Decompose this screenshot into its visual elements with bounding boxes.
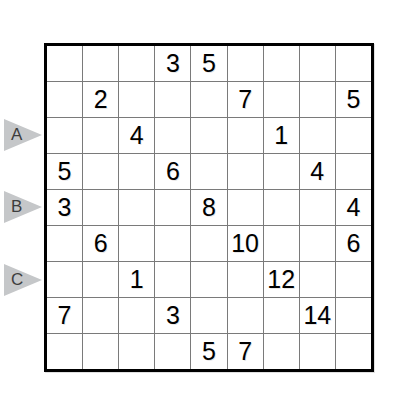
cell-r6c6: 10 bbox=[228, 226, 263, 261]
cell-r3c2[interactable] bbox=[83, 118, 118, 153]
cell-r9c1[interactable] bbox=[47, 334, 82, 369]
cell-r4c6[interactable] bbox=[228, 154, 263, 189]
cell-r5c1: 3 bbox=[47, 190, 82, 225]
cell-r9c9[interactable] bbox=[336, 334, 371, 369]
answer-row-label-a: A bbox=[11, 119, 22, 151]
cell-r1c8[interactable] bbox=[300, 46, 335, 81]
cell-r6c3[interactable] bbox=[119, 226, 154, 261]
cell-r5c3[interactable] bbox=[119, 190, 154, 225]
cell-r8c5[interactable] bbox=[191, 298, 226, 333]
cell-r4c7[interactable] bbox=[264, 154, 299, 189]
arrow-right-icon bbox=[4, 191, 42, 223]
cell-r3c6[interactable] bbox=[228, 118, 263, 153]
cell-r4c3[interactable] bbox=[119, 154, 154, 189]
cell-r5c8[interactable] bbox=[300, 190, 335, 225]
cell-r8c1: 7 bbox=[47, 298, 82, 333]
cell-r7c1[interactable] bbox=[47, 262, 82, 297]
cell-r2c8[interactable] bbox=[300, 82, 335, 117]
cell-r7c2[interactable] bbox=[83, 262, 118, 297]
cell-r8c4: 3 bbox=[155, 298, 190, 333]
cell-r5c7[interactable] bbox=[264, 190, 299, 225]
cell-r7c7: 12 bbox=[264, 262, 299, 297]
cell-r1c7[interactable] bbox=[264, 46, 299, 81]
cell-r6c7[interactable] bbox=[264, 226, 299, 261]
cell-r5c9: 4 bbox=[336, 190, 371, 225]
cell-r8c3[interactable] bbox=[119, 298, 154, 333]
cell-r9c5: 5 bbox=[191, 334, 226, 369]
cell-r2c3[interactable] bbox=[119, 82, 154, 117]
answer-row-label-c: C bbox=[11, 264, 23, 296]
cell-r8c6[interactable] bbox=[228, 298, 263, 333]
cell-r4c2[interactable] bbox=[83, 154, 118, 189]
cell-r9c8[interactable] bbox=[300, 334, 335, 369]
puzzle-grid: 35275415643846106112731457 bbox=[44, 43, 374, 372]
cell-r3c1[interactable] bbox=[47, 118, 82, 153]
cell-r5c2[interactable] bbox=[83, 190, 118, 225]
cell-r4c9[interactable] bbox=[336, 154, 371, 189]
cell-r8c8: 14 bbox=[300, 298, 335, 333]
cell-r3c3: 4 bbox=[119, 118, 154, 153]
cell-r3c5[interactable] bbox=[191, 118, 226, 153]
cell-r2c9: 5 bbox=[336, 82, 371, 117]
cell-r1c9[interactable] bbox=[336, 46, 371, 81]
cell-r7c6[interactable] bbox=[228, 262, 263, 297]
answer-row-label-b: B bbox=[11, 191, 22, 223]
cell-r6c8[interactable] bbox=[300, 226, 335, 261]
cell-r7c9[interactable] bbox=[336, 262, 371, 297]
cell-r7c3: 1 bbox=[119, 262, 154, 297]
cell-r8c9[interactable] bbox=[336, 298, 371, 333]
cell-r5c5: 8 bbox=[191, 190, 226, 225]
cell-r1c5: 5 bbox=[191, 46, 226, 81]
cell-r6c2: 6 bbox=[83, 226, 118, 261]
cell-r9c2[interactable] bbox=[83, 334, 118, 369]
cell-r4c8: 4 bbox=[300, 154, 335, 189]
cell-r7c5[interactable] bbox=[191, 262, 226, 297]
cell-r2c7[interactable] bbox=[264, 82, 299, 117]
cell-r9c6: 7 bbox=[228, 334, 263, 369]
cell-r8c7[interactable] bbox=[264, 298, 299, 333]
cell-r9c7[interactable] bbox=[264, 334, 299, 369]
cell-r8c2[interactable] bbox=[83, 298, 118, 333]
cell-r6c1[interactable] bbox=[47, 226, 82, 261]
cell-r2c1[interactable] bbox=[47, 82, 82, 117]
answer-row-marker-b: B bbox=[4, 191, 42, 223]
cell-r7c4[interactable] bbox=[155, 262, 190, 297]
cell-r1c6[interactable] bbox=[228, 46, 263, 81]
answer-row-marker-c: C bbox=[4, 264, 42, 296]
cell-r7c8[interactable] bbox=[300, 262, 335, 297]
cell-r3c4[interactable] bbox=[155, 118, 190, 153]
cell-r5c6[interactable] bbox=[228, 190, 263, 225]
cell-r4c4: 6 bbox=[155, 154, 190, 189]
cell-r6c9: 6 bbox=[336, 226, 371, 261]
cell-r2c4[interactable] bbox=[155, 82, 190, 117]
cell-r3c9[interactable] bbox=[336, 118, 371, 153]
cell-r9c3[interactable] bbox=[119, 334, 154, 369]
cell-r6c4[interactable] bbox=[155, 226, 190, 261]
arrow-right-icon bbox=[4, 119, 42, 151]
cell-r2c2: 2 bbox=[83, 82, 118, 117]
cell-r4c5[interactable] bbox=[191, 154, 226, 189]
cell-r5c4[interactable] bbox=[155, 190, 190, 225]
cell-r3c7: 1 bbox=[264, 118, 299, 153]
cell-r1c1[interactable] bbox=[47, 46, 82, 81]
cell-r1c4: 3 bbox=[155, 46, 190, 81]
cell-r1c3[interactable] bbox=[119, 46, 154, 81]
cell-r4c1: 5 bbox=[47, 154, 82, 189]
cell-r2c5[interactable] bbox=[191, 82, 226, 117]
cell-r2c6: 7 bbox=[228, 82, 263, 117]
cell-r3c8[interactable] bbox=[300, 118, 335, 153]
puzzle-diagram: A B C 35275415643846106112731457 bbox=[0, 0, 416, 415]
cell-r6c5[interactable] bbox=[191, 226, 226, 261]
cell-r1c2[interactable] bbox=[83, 46, 118, 81]
answer-row-marker-a: A bbox=[4, 119, 42, 151]
cell-r9c4[interactable] bbox=[155, 334, 190, 369]
